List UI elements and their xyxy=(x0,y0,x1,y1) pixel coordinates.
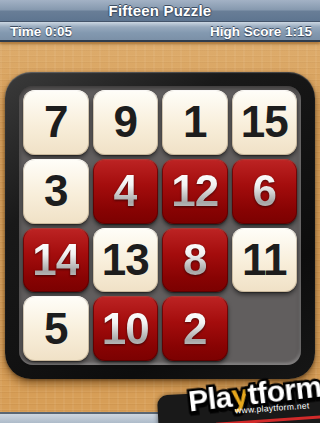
tile-13[interactable]: 13 xyxy=(93,228,159,293)
page-title: Fifteen Puzzle xyxy=(109,2,212,19)
tile-number: 1 xyxy=(183,97,206,147)
time-display: Time 0:05 xyxy=(10,24,72,39)
status-bar: Time 0:05 High Score 1:15 xyxy=(0,22,320,42)
tile-7[interactable]: 7 xyxy=(23,90,89,155)
tile-number: 9 xyxy=(114,97,137,147)
tile-number: 6 xyxy=(253,166,276,216)
playtform-watermark: Playtform www.playtform.net xyxy=(140,373,320,423)
tile-2[interactable]: 2 xyxy=(162,296,228,361)
tile-15[interactable]: 15 xyxy=(232,90,298,155)
puzzle-board: 791153412614138115102 xyxy=(5,72,315,379)
empty-cell xyxy=(232,296,298,361)
tile-number: 13 xyxy=(102,235,149,285)
tile-number: 10 xyxy=(102,304,149,354)
tile-number: 11 xyxy=(242,235,287,285)
tile-6[interactable]: 6 xyxy=(232,159,298,224)
tile-3[interactable]: 3 xyxy=(23,159,89,224)
tile-number: 4 xyxy=(114,166,137,216)
tile-9[interactable]: 9 xyxy=(93,90,159,155)
app-window: Fifteen Puzzle Time 0:05 High Score 1:15… xyxy=(0,0,320,423)
tile-1[interactable]: 1 xyxy=(162,90,228,155)
logo-text-pla: Pla xyxy=(187,380,234,418)
high-score-display: High Score 1:15 xyxy=(210,24,312,39)
tile-number: 7 xyxy=(44,97,67,147)
tile-5[interactable]: 5 xyxy=(23,296,89,361)
tile-number: 12 xyxy=(171,166,218,216)
tile-4[interactable]: 4 xyxy=(93,159,159,224)
tile-10[interactable]: 10 xyxy=(93,296,159,361)
puzzle-grid: 791153412614138115102 xyxy=(19,86,301,365)
tile-number: 8 xyxy=(183,235,206,285)
wood-background: 791153412614138115102 Playtform www.play… xyxy=(0,44,320,423)
title-bar: Fifteen Puzzle xyxy=(0,0,320,22)
tile-11[interactable]: 11 xyxy=(232,228,298,293)
tile-number: 5 xyxy=(44,304,67,354)
tile-number: 3 xyxy=(44,166,67,216)
tile-number: 14 xyxy=(32,235,79,285)
tile-number: 15 xyxy=(241,97,288,147)
tile-number: 2 xyxy=(183,304,206,354)
tile-14[interactable]: 14 xyxy=(23,228,89,293)
tile-12[interactable]: 12 xyxy=(162,159,228,224)
tile-8[interactable]: 8 xyxy=(162,228,228,293)
